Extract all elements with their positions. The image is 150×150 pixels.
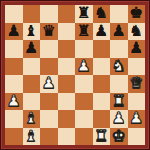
square-a4[interactable]	[5, 75, 23, 93]
square-h2[interactable]: ♟	[128, 110, 146, 128]
black-pawn-piece: ♟	[93, 23, 111, 41]
white-pawn-piece: ♟	[40, 75, 58, 93]
square-g8[interactable]	[110, 5, 128, 23]
square-a7[interactable]: ♟	[5, 23, 23, 41]
square-d4[interactable]	[58, 75, 76, 93]
square-d3[interactable]	[58, 93, 76, 111]
white-knight-piece: ♞	[110, 58, 128, 76]
square-g1[interactable]: ♚	[110, 128, 128, 146]
square-f1[interactable]: ♜	[93, 128, 111, 146]
square-a2[interactable]	[5, 110, 23, 128]
square-e1[interactable]	[75, 128, 93, 146]
square-b8[interactable]	[23, 5, 41, 23]
square-d7[interactable]	[58, 23, 76, 41]
square-b7[interactable]: ♝	[23, 23, 41, 41]
square-d1[interactable]	[58, 128, 76, 146]
white-bishop-piece: ♝	[23, 110, 41, 128]
square-b2[interactable]: ♝	[23, 110, 41, 128]
square-h5[interactable]	[128, 58, 146, 76]
square-f2[interactable]	[93, 110, 111, 128]
square-h7[interactable]: ♞	[128, 23, 146, 41]
square-c3[interactable]	[40, 93, 58, 111]
black-pawn-piece: ♟	[23, 40, 41, 58]
black-pawn-piece: ♟	[5, 23, 23, 41]
square-f7[interactable]: ♟	[93, 23, 111, 41]
white-pawn-piece: ♟	[75, 58, 93, 76]
square-e7[interactable]: ♜	[75, 23, 93, 41]
square-f3[interactable]	[93, 93, 111, 111]
white-pawn-piece: ♟	[5, 93, 23, 111]
square-d6[interactable]	[58, 40, 76, 58]
white-rook-piece: ♜	[110, 93, 128, 111]
black-queen-piece: ♛	[40, 23, 58, 41]
square-a5[interactable]	[5, 58, 23, 76]
square-c8[interactable]	[40, 5, 58, 23]
white-bishop-piece: ♝	[23, 128, 41, 146]
square-g6[interactable]	[110, 40, 128, 58]
white-queen-piece: ♛	[128, 75, 146, 93]
square-e8[interactable]: ♜	[75, 5, 93, 23]
square-c1[interactable]	[40, 128, 58, 146]
square-b5[interactable]	[23, 58, 41, 76]
square-g4[interactable]	[110, 75, 128, 93]
black-king-piece: ♚	[128, 5, 146, 23]
square-c2[interactable]	[40, 110, 58, 128]
black-knight-piece: ♞	[93, 5, 111, 23]
square-f4[interactable]	[93, 75, 111, 93]
black-rook-piece: ♜	[75, 5, 93, 23]
square-g3[interactable]: ♜	[110, 93, 128, 111]
square-e2[interactable]	[75, 110, 93, 128]
square-h6[interactable]: ♟	[128, 40, 146, 58]
black-pawn-piece: ♟	[110, 23, 128, 41]
square-c5[interactable]	[40, 58, 58, 76]
square-c4[interactable]: ♟	[40, 75, 58, 93]
white-king-piece: ♚	[110, 128, 128, 146]
square-d5[interactable]	[58, 58, 76, 76]
square-a3[interactable]: ♟	[5, 93, 23, 111]
chess-board-frame: ♜♞♚♟♝♛♜♟♟♞♟♟♟♞♟♛♟♜♝♟♟♝♜♚	[0, 0, 150, 150]
square-f6[interactable]	[93, 40, 111, 58]
square-f8[interactable]: ♞	[93, 5, 111, 23]
square-e3[interactable]	[75, 93, 93, 111]
square-d2[interactable]	[58, 110, 76, 128]
square-b3[interactable]	[23, 93, 41, 111]
square-a6[interactable]	[5, 40, 23, 58]
white-pawn-piece: ♟	[110, 110, 128, 128]
square-h4[interactable]: ♛	[128, 75, 146, 93]
square-a1[interactable]	[5, 128, 23, 146]
black-bishop-piece: ♝	[23, 23, 41, 41]
black-pawn-piece: ♟	[128, 40, 146, 58]
square-f5[interactable]	[93, 58, 111, 76]
square-b6[interactable]: ♟	[23, 40, 41, 58]
square-c7[interactable]: ♛	[40, 23, 58, 41]
square-a8[interactable]	[5, 5, 23, 23]
square-h1[interactable]	[128, 128, 146, 146]
chess-board: ♜♞♚♟♝♛♜♟♟♞♟♟♟♞♟♛♟♜♝♟♟♝♜♚	[5, 5, 145, 145]
square-g2[interactable]: ♟	[110, 110, 128, 128]
square-h3[interactable]	[128, 93, 146, 111]
white-rook-piece: ♜	[93, 128, 111, 146]
square-c6[interactable]	[40, 40, 58, 58]
square-e6[interactable]	[75, 40, 93, 58]
square-d8[interactable]	[58, 5, 76, 23]
square-h8[interactable]: ♚	[128, 5, 146, 23]
white-pawn-piece: ♟	[128, 110, 146, 128]
square-e4[interactable]	[75, 75, 93, 93]
square-g7[interactable]: ♟	[110, 23, 128, 41]
square-g5[interactable]: ♞	[110, 58, 128, 76]
black-rook-piece: ♜	[75, 23, 93, 41]
black-knight-piece: ♞	[128, 23, 146, 41]
square-b4[interactable]	[23, 75, 41, 93]
square-b1[interactable]: ♝	[23, 128, 41, 146]
square-e5[interactable]: ♟	[75, 58, 93, 76]
